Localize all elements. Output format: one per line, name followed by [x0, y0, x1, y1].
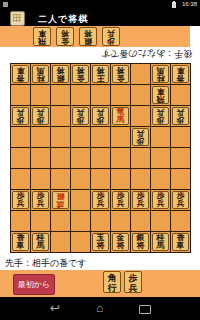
board-cell-r4c9[interactable] — [171, 127, 190, 147]
board-cell-r7c5[interactable]: 歩 兵 — [91, 190, 110, 210]
board-cell-r9c8[interactable]: 桂 馬 — [151, 232, 170, 252]
shogi-piece-歩兵-sente[interactable]: 歩 兵 — [152, 191, 169, 209]
shogi-piece-歩兵-gote[interactable]: 歩 兵 — [102, 27, 120, 46]
notification-icon — [3, 2, 8, 7]
shogi-piece-桂馬-sente[interactable]: 桂 馬 — [32, 233, 49, 251]
board-cell-r9c9[interactable]: 香 車 — [171, 232, 190, 252]
board-cell-r8c3[interactable] — [51, 211, 70, 231]
sente-status-band: 先手：相手の番です — [0, 254, 200, 270]
board-cell-r6c4[interactable] — [71, 169, 90, 189]
board-cell-r2c7[interactable] — [131, 85, 150, 105]
shogi-piece-香車-gote[interactable]: 香 車 — [172, 65, 189, 83]
shogi-board[interactable]: 香 車桂 馬銀 将金 将王 将金 将桂 馬香 車飛 車歩 兵歩 兵歩 兵歩 兵竜… — [10, 63, 191, 253]
board-cell-r3c4[interactable]: 歩 兵 — [71, 106, 90, 126]
shogi-piece-歩兵-gote[interactable]: 歩 兵 — [32, 107, 49, 125]
shogi-piece-香車-sente[interactable]: 香 車 — [12, 233, 29, 251]
shogi-piece-金将-sente[interactable]: 金 将 — [112, 233, 129, 251]
app-title: 二人で将棋 — [38, 13, 88, 26]
shogi-piece-金将-gote[interactable]: 金 将 — [72, 65, 89, 83]
board-cell-r5c1[interactable] — [11, 148, 30, 168]
gote-status-band: 後手：あなたの番です — [0, 47, 200, 63]
board-cell-r7c3[interactable]: 成 銀 — [51, 190, 70, 210]
board-cell-r2c4[interactable] — [71, 85, 90, 105]
board-cell-r4c3[interactable] — [51, 127, 70, 147]
board-cell-r2c1[interactable] — [11, 85, 30, 105]
board-cell-r4c4[interactable] — [71, 127, 90, 147]
board-cell-r8c9[interactable] — [171, 211, 190, 231]
home-icon[interactable]: ⌂ — [96, 301, 103, 315]
shogi-piece-歩兵-sente[interactable]: 歩 兵 — [124, 271, 142, 293]
shogi-piece-桂馬-sente[interactable]: 桂 馬 — [152, 233, 169, 251]
board-cell-r3c9[interactable]: 歩 兵 — [171, 106, 190, 126]
shogi-piece-銀将-gote[interactable]: 銀 将 — [79, 27, 97, 46]
board-cell-r2c3[interactable] — [51, 85, 70, 105]
board-cell-r2c6[interactable] — [111, 85, 130, 105]
shogi-piece-銀将-gote[interactable]: 銀 将 — [52, 65, 69, 83]
board-cell-r5c7[interactable] — [131, 148, 150, 168]
board-cell-r9c7[interactable]: 銀 将 — [131, 232, 150, 252]
shogi-piece-歩兵-sente[interactable]: 歩 兵 — [12, 191, 29, 209]
board-cell-r9c3[interactable] — [51, 232, 70, 252]
board-cell-r9c6[interactable]: 金 将 — [111, 232, 130, 252]
board-cell-r1c3[interactable]: 銀 将 — [51, 64, 70, 84]
board-cell-r1c6[interactable]: 金 将 — [111, 64, 130, 84]
shogi-piece-歩兵-sente[interactable]: 歩 兵 — [92, 191, 109, 209]
board-cell-r5c6[interactable] — [111, 148, 130, 168]
board-cell-r1c7[interactable] — [131, 64, 150, 84]
board-cell-r8c5[interactable] — [91, 211, 110, 231]
board-cell-r6c9[interactable] — [171, 169, 190, 189]
shogi-piece-竜馬-sente[interactable]: 竜 馬 — [112, 107, 129, 125]
board-cell-r8c6[interactable] — [111, 211, 130, 231]
board-cell-r7c9[interactable]: 歩 兵 — [171, 190, 190, 210]
board-cell-r2c8[interactable]: 飛 車 — [151, 85, 170, 105]
android-status-bar: 16:38 — [0, 0, 200, 9]
board-cell-r5c4[interactable] — [71, 148, 90, 168]
shogi-piece-金将-gote[interactable]: 金 将 — [56, 27, 74, 46]
shogi-piece-歩兵-gote[interactable]: 歩 兵 — [12, 107, 29, 125]
shogi-piece-銀将-sente[interactable]: 銀 将 — [132, 233, 149, 251]
board-cell-r7c2[interactable]: 歩 兵 — [31, 190, 50, 210]
board-cell-r8c2[interactable] — [31, 211, 50, 231]
sente-turn-text: 先手：相手の番です — [0, 254, 200, 270]
shogi-piece-桂馬-gote[interactable]: 桂 馬 — [152, 65, 169, 83]
board-cell-r7c8[interactable]: 歩 兵 — [151, 190, 170, 210]
board-cell-r1c9[interactable]: 香 車 — [171, 64, 190, 84]
sente-captured-tray: 最初から 角 行歩 兵 — [0, 270, 200, 297]
board-cell-r3c1[interactable]: 歩 兵 — [11, 106, 30, 126]
shogi-piece-歩兵-gote[interactable]: 歩 兵 — [132, 128, 149, 146]
board-cell-r1c1[interactable]: 香 車 — [11, 64, 30, 84]
sente-hand-pieces: 角 行歩 兵 — [103, 271, 142, 293]
board-cell-r2c5[interactable] — [91, 85, 110, 105]
android-nav-bar: ↩ ⌂ — [0, 297, 200, 320]
board-cell-r6c6[interactable] — [111, 169, 130, 189]
status-clock: 16:38 — [182, 1, 197, 7]
gote-captured-tray: 飛 車金 将銀 将歩 兵 — [0, 26, 190, 47]
app-icon — [10, 11, 25, 26]
shogi-piece-歩兵-sente[interactable]: 歩 兵 — [132, 191, 149, 209]
board-cell-r3c6[interactable]: 竜 馬 — [111, 106, 130, 126]
board-cell-r8c1[interactable] — [11, 211, 30, 231]
board-cell-r4c1[interactable] — [11, 127, 30, 147]
board-cell-r7c1[interactable]: 歩 兵 — [11, 190, 30, 210]
shogi-piece-飛車-gote[interactable]: 飛 車 — [33, 27, 51, 46]
board-cell-r3c7[interactable] — [131, 106, 150, 126]
shogi-piece-歩兵-sente[interactable]: 歩 兵 — [32, 191, 49, 209]
board-cell-r9c5[interactable]: 玉 将 — [91, 232, 110, 252]
board-cell-r6c2[interactable] — [31, 169, 50, 189]
title-bar: 二人で将棋 — [0, 9, 200, 26]
board-cell-r4c7[interactable]: 歩 兵 — [131, 127, 150, 147]
board-cell-r7c4[interactable] — [71, 190, 90, 210]
board-cell-r6c3[interactable] — [51, 169, 70, 189]
shogi-piece-歩兵-gote[interactable]: 歩 兵 — [152, 107, 169, 125]
shogi-piece-歩兵-gote[interactable]: 歩 兵 — [72, 107, 89, 125]
shogi-piece-桂馬-gote[interactable]: 桂 馬 — [32, 65, 49, 83]
shogi-piece-成銀-gote[interactable]: 成 銀 — [52, 191, 69, 209]
board-cell-r2c2[interactable] — [31, 85, 50, 105]
board-cell-r1c2[interactable]: 桂 馬 — [31, 64, 50, 84]
shogi-piece-角行-sente[interactable]: 角 行 — [103, 271, 121, 293]
board-cell-r5c9[interactable] — [171, 148, 190, 168]
board-cell-r8c7[interactable] — [131, 211, 150, 231]
board-cell-r1c8[interactable]: 桂 馬 — [151, 64, 170, 84]
shogi-piece-香車-gote[interactable]: 香 車 — [12, 65, 29, 83]
board-cell-r5c2[interactable] — [31, 148, 50, 168]
board-cell-r3c5[interactable]: 歩 兵 — [91, 106, 110, 126]
board-cell-r4c5[interactable] — [91, 127, 110, 147]
shogi-piece-香車-sente[interactable]: 香 車 — [172, 233, 189, 251]
board-cell-r6c7[interactable] — [131, 169, 150, 189]
shogi-piece-歩兵-sente[interactable]: 歩 兵 — [172, 191, 189, 209]
board-cell-r3c2[interactable]: 歩 兵 — [31, 106, 50, 126]
board-cell-r6c8[interactable] — [151, 169, 170, 189]
board-cell-r2c9[interactable] — [171, 85, 190, 105]
board-cell-r7c7[interactable]: 歩 兵 — [131, 190, 150, 210]
board-cell-r9c1[interactable]: 香 車 — [11, 232, 30, 252]
board-cell-r9c2[interactable]: 桂 馬 — [31, 232, 50, 252]
board-cell-r5c5[interactable] — [91, 148, 110, 168]
shogi-piece-歩兵-gote[interactable]: 歩 兵 — [92, 107, 109, 125]
board-cell-r3c8[interactable]: 歩 兵 — [151, 106, 170, 126]
back-icon[interactable]: ↩ — [50, 301, 60, 315]
board-cell-r6c5[interactable] — [91, 169, 110, 189]
board-cell-r4c8[interactable] — [151, 127, 170, 147]
gote-turn-text: 後手：あなたの番です — [0, 47, 200, 63]
gote-hand-pieces: 飛 車金 将銀 将歩 兵 — [33, 27, 120, 46]
shogi-piece-金将-gote[interactable]: 金 将 — [112, 65, 129, 83]
board-cell-r5c8[interactable] — [151, 148, 170, 168]
board-cell-r8c8[interactable] — [151, 211, 170, 231]
board-cell-r1c5[interactable]: 王 将 — [91, 64, 110, 84]
battery-icon — [172, 2, 176, 8]
restart-button[interactable]: 最初から — [13, 274, 55, 295]
recent-apps-icon[interactable] — [139, 305, 151, 314]
shogi-piece-歩兵-sente[interactable]: 歩 兵 — [112, 191, 129, 209]
shogi-piece-飛車-gote[interactable]: 飛 車 — [152, 86, 169, 104]
board-cell-r4c6[interactable] — [111, 127, 130, 147]
shogi-piece-玉将-sente[interactable]: 玉 将 — [92, 233, 109, 251]
board-cell-r1c4[interactable]: 金 将 — [71, 64, 90, 84]
board-cell-r6c1[interactable] — [11, 169, 30, 189]
board-cell-r5c3[interactable] — [51, 148, 70, 168]
board-cell-r7c6[interactable]: 歩 兵 — [111, 190, 130, 210]
shogi-piece-歩兵-gote[interactable]: 歩 兵 — [172, 107, 189, 125]
shogi-piece-王将-gote[interactable]: 王 将 — [92, 65, 109, 83]
app-screen: 16:38 二人で将棋 飛 車金 将銀 将歩 兵 後手：あなたの番です 香 車桂… — [0, 0, 200, 320]
board-cell-r8c4[interactable] — [71, 211, 90, 231]
board-cell-r4c2[interactable] — [31, 127, 50, 147]
board-cell-r3c3[interactable] — [51, 106, 70, 126]
board-cell-r9c4[interactable] — [71, 232, 90, 252]
